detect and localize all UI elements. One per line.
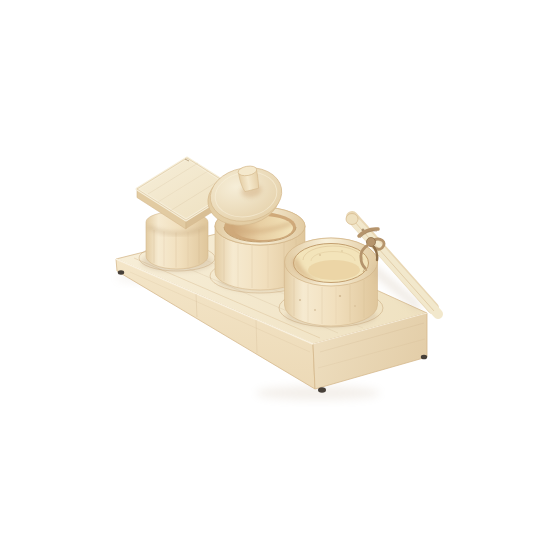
pot-interior-floor	[308, 260, 360, 280]
foot	[421, 355, 427, 360]
speckle	[354, 305, 356, 307]
foot	[118, 270, 124, 274]
speckle	[339, 295, 341, 297]
foot	[318, 387, 326, 393]
speckle	[341, 250, 343, 252]
speckle	[314, 309, 316, 311]
speckle	[319, 254, 321, 256]
product-photo: Overhead studio product photo on a seaml…	[0, 0, 550, 550]
lid-top-end	[346, 214, 358, 225]
speckle	[299, 299, 301, 301]
product-image	[0, 0, 550, 550]
pot-right-open	[285, 238, 378, 327]
